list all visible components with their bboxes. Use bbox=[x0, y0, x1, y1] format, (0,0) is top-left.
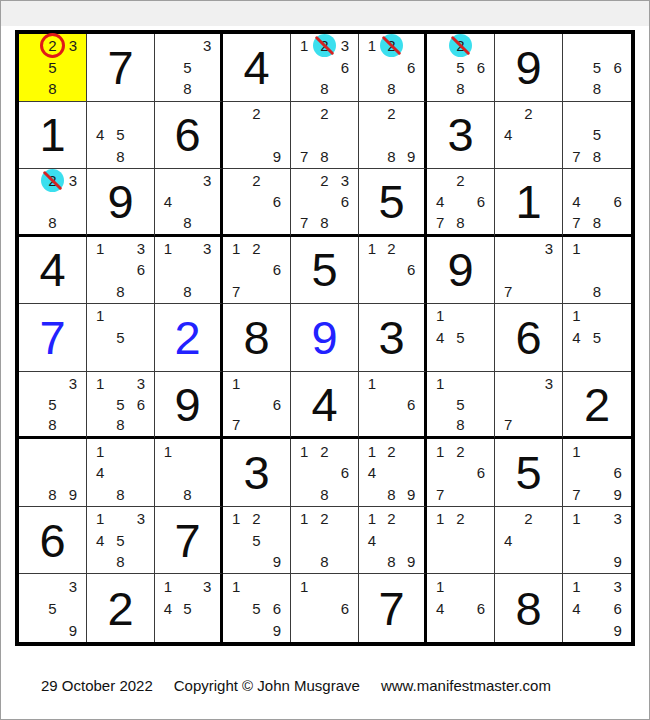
cell-r4c7[interactable]: 9 bbox=[427, 237, 495, 305]
cell-r2c7[interactable]: 3 bbox=[427, 102, 495, 170]
candidate-slot-5 bbox=[42, 462, 62, 484]
candidate-slot-4 bbox=[430, 529, 450, 551]
candidate-slot-6: 6 bbox=[335, 462, 355, 484]
candidate-slot-2 bbox=[178, 238, 198, 260]
cell-r4c3[interactable]: 138 bbox=[155, 237, 223, 305]
cell-r7c1[interactable]: 89 bbox=[19, 439, 87, 507]
cell-r8c5[interactable]: 128 bbox=[291, 507, 359, 575]
candidate-2: 2 bbox=[387, 240, 395, 257]
candidate-grid: 37 bbox=[498, 373, 559, 436]
candidate-slot-1: 1 bbox=[362, 238, 382, 260]
cell-r9c7[interactable]: 146 bbox=[427, 574, 495, 642]
candidate-slot-9 bbox=[131, 483, 151, 505]
candidate-slot-6: 6 bbox=[607, 597, 628, 619]
cell-r3c2[interactable]: 9 bbox=[87, 169, 155, 237]
candidate-slot-4 bbox=[430, 57, 450, 79]
candidate-slot-1: 1 bbox=[566, 575, 587, 597]
candidate-slot-3 bbox=[607, 170, 628, 191]
candidate-grid: 23678 bbox=[294, 170, 355, 233]
candidate-5: 5 bbox=[456, 59, 464, 76]
candidate-grid: 458 bbox=[90, 103, 151, 168]
candidate-slot-6: 6 bbox=[267, 191, 287, 212]
cell-r8c9[interactable]: 139 bbox=[563, 507, 631, 575]
candidate-slot-4 bbox=[22, 597, 42, 619]
cell-r1c2[interactable]: 7 bbox=[87, 34, 155, 102]
candidate-slot-1: 1 bbox=[226, 508, 246, 530]
candidate-slot-6 bbox=[607, 327, 628, 349]
candidate-slot-8 bbox=[382, 281, 402, 303]
candidate-slot-7: 7 bbox=[430, 212, 450, 233]
candidate-slot-6 bbox=[471, 327, 491, 349]
candidate-grid: 358 bbox=[158, 35, 217, 100]
candidate-slot-7 bbox=[226, 619, 246, 641]
candidate-slot-6 bbox=[131, 327, 151, 349]
candidate-slot-9 bbox=[131, 348, 151, 370]
cell-r6c9[interactable]: 2 bbox=[563, 372, 631, 440]
cell-r3c7[interactable]: 24678 bbox=[427, 169, 495, 237]
cell-r9c6[interactable]: 7 bbox=[359, 574, 427, 642]
cell-r7c6[interactable]: 12489 bbox=[359, 439, 427, 507]
candidate-slot-2: 2 bbox=[450, 440, 470, 462]
cell-r3c6[interactable]: 5 bbox=[359, 169, 427, 237]
candidate-slot-6: 6 bbox=[335, 57, 355, 79]
candidate-slot-4 bbox=[158, 462, 178, 484]
cell-r2c5[interactable]: 278 bbox=[291, 102, 359, 170]
candidate-8: 8 bbox=[593, 148, 601, 165]
candidate-slot-8 bbox=[518, 414, 538, 435]
candidate-slot-9 bbox=[539, 414, 559, 435]
candidate-slot-5: 5 bbox=[178, 597, 198, 619]
cell-r6c3[interactable]: 9 bbox=[155, 372, 223, 440]
cell-r7c7[interactable]: 1267 bbox=[427, 439, 495, 507]
candidate-slot-5 bbox=[314, 191, 334, 212]
candidate-slot-9 bbox=[197, 212, 217, 233]
candidate-slot-5 bbox=[246, 394, 266, 415]
candidate-grid: 158 bbox=[430, 373, 491, 436]
candidate-slot-5 bbox=[110, 259, 130, 281]
candidate-5: 5 bbox=[183, 600, 191, 617]
candidate-slot-4: 4 bbox=[158, 191, 178, 212]
candidate-slot-2: 2 bbox=[246, 170, 266, 191]
candidate-slot-8 bbox=[450, 619, 470, 641]
cell-r5c7[interactable]: 145 bbox=[427, 304, 495, 372]
candidate-slot-3 bbox=[539, 103, 559, 125]
cell-r2c3[interactable]: 6 bbox=[155, 102, 223, 170]
candidate-4: 4 bbox=[96, 126, 104, 143]
candidate-slot-9 bbox=[335, 78, 355, 100]
cell-r5c3[interactable]: 2 bbox=[155, 304, 223, 372]
candidate-slot-9 bbox=[539, 551, 559, 573]
cell-r1c1[interactable]: 2358 bbox=[19, 34, 87, 102]
candidate-7: 7 bbox=[436, 486, 444, 503]
candidate-slot-2: 2 bbox=[314, 440, 334, 462]
candidate-slot-6: 6 bbox=[401, 57, 421, 79]
candidate-slot-7 bbox=[158, 619, 178, 641]
candidate-grid: 568 bbox=[566, 35, 628, 100]
candidate-slot-3 bbox=[401, 440, 421, 462]
candidate-slot-4 bbox=[566, 529, 587, 551]
candidate-slot-1 bbox=[566, 170, 587, 191]
candidate-slot-7 bbox=[430, 348, 450, 370]
cell-r9c4[interactable]: 1569 bbox=[223, 574, 291, 642]
cell-r9c9[interactable]: 13469 bbox=[563, 574, 631, 642]
candidate-slot-3: 3 bbox=[63, 575, 83, 597]
candidate-2: 2 bbox=[320, 172, 328, 189]
candidate-slot-3: 3 bbox=[607, 508, 628, 530]
cell-r8c2[interactable]: 13458 bbox=[87, 507, 155, 575]
candidate-1: 1 bbox=[436, 307, 444, 324]
cell-r6c8[interactable]: 37 bbox=[495, 372, 563, 440]
candidate-slot-7 bbox=[566, 551, 587, 573]
cell-r7c8[interactable]: 5 bbox=[495, 439, 563, 507]
candidate-slot-9 bbox=[471, 619, 491, 641]
candidate-slot-4: 4 bbox=[90, 124, 110, 146]
cell-r8c1[interactable]: 6 bbox=[19, 507, 87, 575]
cell-r3c8[interactable]: 1 bbox=[495, 169, 563, 237]
candidate-slot-5 bbox=[518, 124, 538, 146]
candidate-7: 7 bbox=[300, 214, 308, 231]
entered-digit: 7 bbox=[19, 304, 86, 371]
candidate-grid: 2358 bbox=[22, 35, 83, 100]
candidate-9: 9 bbox=[613, 553, 621, 570]
cell-r4c1[interactable]: 4 bbox=[19, 237, 87, 305]
candidate-slot-4: 4 bbox=[430, 327, 450, 349]
candidate-5: 5 bbox=[183, 59, 191, 76]
candidate-grid: 18 bbox=[566, 238, 628, 303]
cell-r1c6[interactable]: 1268 bbox=[359, 34, 427, 102]
cell-r5c5[interactable]: 9 bbox=[291, 304, 359, 372]
candidate-slot-3 bbox=[335, 508, 355, 530]
cell-r4c4[interactable]: 1267 bbox=[223, 237, 291, 305]
given-digit: 9 bbox=[155, 372, 220, 437]
candidate-slot-6 bbox=[335, 124, 355, 146]
candidate-slot-7: 7 bbox=[498, 414, 518, 435]
cell-r3c1[interactable]: 238 bbox=[19, 169, 87, 237]
cell-r1c3[interactable]: 358 bbox=[155, 34, 223, 102]
cell-r5c1[interactable]: 7 bbox=[19, 304, 87, 372]
candidate-slot-3 bbox=[471, 373, 491, 394]
candidate-slot-8 bbox=[450, 551, 470, 573]
candidate-6: 6 bbox=[341, 193, 349, 210]
candidate-grid: 24 bbox=[498, 508, 559, 573]
candidate-slot-6: 6 bbox=[267, 259, 287, 281]
candidate-6: 6 bbox=[273, 600, 281, 617]
candidate-slot-9 bbox=[335, 619, 355, 641]
candidate-slot-4 bbox=[294, 191, 314, 212]
cell-r7c2[interactable]: 148 bbox=[87, 439, 155, 507]
cell-r4c2[interactable]: 1368 bbox=[87, 237, 155, 305]
cell-r9c8[interactable]: 8 bbox=[495, 574, 563, 642]
candidate-1: 1 bbox=[96, 443, 104, 460]
candidate-3: 3 bbox=[545, 375, 553, 392]
candidate-slot-6 bbox=[267, 124, 287, 146]
cell-r2c6[interactable]: 289 bbox=[359, 102, 427, 170]
cell-r2c9[interactable]: 578 bbox=[563, 102, 631, 170]
candidate-slot-6 bbox=[401, 529, 421, 551]
cell-r6c2[interactable]: 13568 bbox=[87, 372, 155, 440]
candidate-slot-1: 1 bbox=[430, 575, 450, 597]
candidate-slot-9 bbox=[131, 281, 151, 303]
candidate-5: 5 bbox=[116, 396, 124, 413]
candidate-4: 4 bbox=[96, 464, 104, 481]
candidate-1: 1 bbox=[572, 578, 580, 595]
candidate-slot-2 bbox=[178, 575, 198, 597]
cell-r1c4[interactable]: 4 bbox=[223, 34, 291, 102]
candidate-8: 8 bbox=[116, 283, 124, 300]
candidate-5: 5 bbox=[456, 396, 464, 413]
candidate-slot-2 bbox=[518, 238, 538, 260]
cell-r9c2[interactable]: 2 bbox=[87, 574, 155, 642]
cell-r6c1[interactable]: 358 bbox=[19, 372, 87, 440]
candidate-slot-6 bbox=[401, 124, 421, 146]
candidate-slot-5: 5 bbox=[178, 57, 198, 79]
candidate-slot-6 bbox=[471, 529, 491, 551]
given-digit: 9 bbox=[495, 34, 562, 101]
candidate-slot-7 bbox=[22, 414, 42, 435]
candidate-slot-4 bbox=[226, 124, 246, 146]
cell-r1c9[interactable]: 568 bbox=[563, 34, 631, 102]
candidate-slot-1: 1 bbox=[566, 440, 587, 462]
cell-r1c8[interactable]: 9 bbox=[495, 34, 563, 102]
cell-r5c6[interactable]: 3 bbox=[359, 304, 427, 372]
cell-r8c3[interactable]: 7 bbox=[155, 507, 223, 575]
candidate-6: 6 bbox=[613, 464, 621, 481]
candidate-slot-9 bbox=[131, 146, 151, 168]
candidate-3: 3 bbox=[69, 172, 77, 189]
candidate-slot-4: 4 bbox=[158, 597, 178, 619]
given-digit: 8 bbox=[495, 574, 562, 642]
candidate-8: 8 bbox=[387, 486, 395, 503]
candidate-slot-2 bbox=[110, 103, 130, 125]
candidate-slot-5 bbox=[314, 597, 334, 619]
cell-r4c5[interactable]: 5 bbox=[291, 237, 359, 305]
candidate-grid: 1679 bbox=[566, 440, 628, 505]
cell-r9c5[interactable]: 16 bbox=[291, 574, 359, 642]
candidate-slot-5: 5 bbox=[450, 57, 470, 79]
candidate-slot-8 bbox=[246, 212, 266, 233]
cell-r2c2[interactable]: 458 bbox=[87, 102, 155, 170]
candidate-slot-3 bbox=[335, 575, 355, 597]
candidate-8: 8 bbox=[116, 553, 124, 570]
candidate-7: 7 bbox=[300, 148, 308, 165]
candidate-slot-6 bbox=[197, 57, 217, 79]
candidate-8: 8 bbox=[593, 80, 601, 97]
candidate-grid: 13469 bbox=[566, 575, 628, 641]
cell-r6c5[interactable]: 4 bbox=[291, 372, 359, 440]
candidate-5: 5 bbox=[48, 600, 56, 617]
candidate-grid: 1267 bbox=[226, 238, 287, 303]
candidate-slot-8 bbox=[518, 551, 538, 573]
candidate-slot-8 bbox=[246, 619, 266, 641]
candidate-2: 2 bbox=[252, 510, 260, 527]
cell-r8c6[interactable]: 12489 bbox=[359, 507, 427, 575]
candidate-slot-5 bbox=[587, 191, 608, 212]
cell-r6c7[interactable]: 158 bbox=[427, 372, 495, 440]
cell-r4c8[interactable]: 37 bbox=[495, 237, 563, 305]
candidate-grid: 16 bbox=[362, 373, 421, 436]
cell-r3c9[interactable]: 4678 bbox=[563, 169, 631, 237]
candidate-slot-1: 1 bbox=[226, 373, 246, 394]
cell-r7c5[interactable]: 1268 bbox=[291, 439, 359, 507]
candidate-slot-9 bbox=[471, 348, 491, 370]
cell-r2c8[interactable]: 24 bbox=[495, 102, 563, 170]
candidate-slot-2 bbox=[42, 575, 62, 597]
candidate-6: 6 bbox=[407, 261, 415, 278]
candidate-4: 4 bbox=[96, 532, 104, 549]
candidate-slot-8 bbox=[178, 619, 198, 641]
cell-r3c3[interactable]: 348 bbox=[155, 169, 223, 237]
candidate-1: 1 bbox=[368, 375, 376, 392]
candidate-8: 8 bbox=[456, 214, 464, 231]
candidate-slot-5 bbox=[314, 462, 334, 484]
given-digit: 4 bbox=[19, 237, 86, 304]
candidate-8: 8 bbox=[456, 416, 464, 433]
candidate-slot-6 bbox=[539, 259, 559, 281]
candidate-slot-9 bbox=[607, 146, 628, 168]
candidate-slot-7: 7 bbox=[566, 146, 587, 168]
candidate-slot-7 bbox=[430, 619, 450, 641]
candidate-grid: 1368 bbox=[90, 238, 151, 303]
cell-r8c7[interactable]: 12 bbox=[427, 507, 495, 575]
candidate-2: 2 bbox=[320, 105, 328, 122]
cell-r6c4[interactable]: 167 bbox=[223, 372, 291, 440]
cell-r8c4[interactable]: 1259 bbox=[223, 507, 291, 575]
cell-r4c6[interactable]: 126 bbox=[359, 237, 427, 305]
candidate-slot-3 bbox=[607, 238, 628, 260]
cell-r7c4[interactable]: 3 bbox=[223, 439, 291, 507]
candidate-3: 3 bbox=[69, 578, 77, 595]
candidate-slot-8 bbox=[587, 483, 608, 505]
cell-r5c9[interactable]: 145 bbox=[563, 304, 631, 372]
candidate-2: 2 bbox=[252, 105, 260, 122]
candidate-slot-3 bbox=[539, 508, 559, 530]
candidate-slot-1 bbox=[566, 103, 587, 125]
cell-r8c8[interactable]: 24 bbox=[495, 507, 563, 575]
candidate-slot-2 bbox=[382, 373, 402, 394]
candidate-slot-1: 1 bbox=[90, 305, 110, 327]
candidate-8: 8 bbox=[48, 486, 56, 503]
candidate-slot-8: 8 bbox=[110, 146, 130, 168]
candidate-slot-3: 3 bbox=[335, 35, 355, 57]
cell-r7c9[interactable]: 1679 bbox=[563, 439, 631, 507]
candidate-6: 6 bbox=[407, 59, 415, 76]
cell-r9c1[interactable]: 359 bbox=[19, 574, 87, 642]
candidate-1: 1 bbox=[436, 510, 444, 527]
given-digit: 5 bbox=[495, 439, 562, 506]
given-digit: 6 bbox=[155, 102, 220, 169]
candidate-slot-9 bbox=[63, 212, 83, 233]
given-digit: 6 bbox=[495, 304, 562, 371]
cell-r4c9[interactable]: 18 bbox=[563, 237, 631, 305]
cell-r5c2[interactable]: 15 bbox=[87, 304, 155, 372]
candidate-slot-4 bbox=[294, 124, 314, 146]
candidate-1: 1 bbox=[96, 375, 104, 392]
candidate-grid: 4678 bbox=[566, 170, 628, 233]
candidate-slot-5 bbox=[178, 259, 198, 281]
candidate-5: 5 bbox=[593, 59, 601, 76]
candidate-grid: 26 bbox=[226, 170, 287, 233]
candidate-slot-4 bbox=[566, 259, 587, 281]
candidate-grid: 13568 bbox=[90, 373, 151, 436]
candidate-1: 1 bbox=[232, 240, 240, 257]
candidate-9: 9 bbox=[273, 553, 281, 570]
candidate-slot-1: 1 bbox=[90, 238, 110, 260]
candidate-slot-3 bbox=[267, 575, 287, 597]
cell-r6c6[interactable]: 16 bbox=[359, 372, 427, 440]
candidate-2: 2 bbox=[252, 240, 260, 257]
footer-date: 29 October 2022 bbox=[41, 677, 153, 694]
candidate-slot-8 bbox=[587, 551, 608, 573]
candidate-slot-9 bbox=[267, 281, 287, 303]
cell-r2c1[interactable]: 1 bbox=[19, 102, 87, 170]
candidate-slot-5 bbox=[518, 259, 538, 281]
candidate-7: 7 bbox=[232, 283, 240, 300]
cell-r1c5[interactable]: 12368 bbox=[291, 34, 359, 102]
candidate-slot-6 bbox=[197, 597, 217, 619]
candidate-slot-9 bbox=[197, 78, 217, 100]
cell-r7c3[interactable]: 18 bbox=[155, 439, 223, 507]
cell-r5c4[interactable]: 8 bbox=[223, 304, 291, 372]
candidate-slot-3: 3 bbox=[607, 575, 628, 597]
candidate-slot-4 bbox=[226, 529, 246, 551]
candidate-slot-8 bbox=[42, 619, 62, 641]
candidate-slot-9 bbox=[401, 414, 421, 435]
candidate-5: 5 bbox=[48, 396, 56, 413]
candidate-6: 6 bbox=[477, 59, 485, 76]
candidate-slot-7 bbox=[22, 619, 42, 641]
candidate-grid: 29 bbox=[226, 103, 287, 168]
candidate-slot-3 bbox=[471, 508, 491, 530]
cell-r1c7[interactable]: 2568 bbox=[427, 34, 495, 102]
candidate-2: 2 bbox=[387, 443, 395, 460]
candidate-slot-7 bbox=[294, 483, 314, 505]
candidate-slot-4: 4 bbox=[566, 327, 587, 349]
cell-r3c4[interactable]: 26 bbox=[223, 169, 291, 237]
candidate-slot-5: 5 bbox=[246, 597, 266, 619]
candidate-slot-5 bbox=[382, 529, 402, 551]
candidate-slot-9: 9 bbox=[607, 551, 628, 573]
candidate-slot-8: 8 bbox=[42, 212, 62, 233]
candidate-slot-7: 7 bbox=[226, 281, 246, 303]
candidate-grid: 359 bbox=[22, 575, 83, 641]
candidate-slot-2: 2 bbox=[314, 103, 334, 125]
candidate-3: 3 bbox=[341, 172, 349, 189]
candidate-slot-4: 4 bbox=[90, 529, 110, 551]
candidate-slot-1 bbox=[498, 103, 518, 125]
candidate-slot-3: 3 bbox=[197, 170, 217, 191]
candidate-slot-4 bbox=[362, 124, 382, 146]
cell-r3c5[interactable]: 23678 bbox=[291, 169, 359, 237]
candidate-1: 1 bbox=[300, 578, 308, 595]
candidate-1: 1 bbox=[300, 510, 308, 527]
candidate-slot-5 bbox=[42, 191, 62, 212]
cell-r2c4[interactable]: 29 bbox=[223, 102, 291, 170]
candidate-3: 3 bbox=[69, 37, 77, 54]
candidate-slot-5 bbox=[450, 191, 470, 212]
candidate-slot-2 bbox=[587, 575, 608, 597]
candidate-slot-4 bbox=[226, 259, 246, 281]
candidate-slot-1: 1 bbox=[158, 440, 178, 462]
candidate-slot-4 bbox=[22, 191, 42, 212]
candidate-slot-8: 8 bbox=[314, 551, 334, 573]
candidate-slot-5 bbox=[518, 529, 538, 551]
candidate-slot-8: 8 bbox=[587, 281, 608, 303]
cell-r5c8[interactable]: 6 bbox=[495, 304, 563, 372]
candidate-slot-1: 1 bbox=[430, 508, 450, 530]
cell-r9c3[interactable]: 1345 bbox=[155, 574, 223, 642]
candidate-slot-5 bbox=[587, 259, 608, 281]
candidate-slot-3 bbox=[471, 170, 491, 191]
